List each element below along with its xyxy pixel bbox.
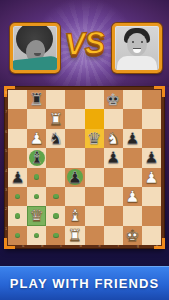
square-c2[interactable] xyxy=(46,206,65,225)
square-g4[interactable] xyxy=(123,168,142,187)
rank-label: 5 xyxy=(5,149,7,153)
square-f8[interactable]: ♚ xyxy=(104,90,123,109)
player2-shirt xyxy=(117,56,157,70)
play-with-friends-banner[interactable]: PLAY WITH FRIENDS xyxy=(0,266,169,300)
square-b7[interactable] xyxy=(27,109,46,128)
square-d2[interactable]: ♝ xyxy=(65,206,84,225)
black-pawn[interactable]: ♟ xyxy=(144,148,158,167)
square-h1[interactable] xyxy=(142,226,161,245)
square-h2[interactable] xyxy=(142,206,161,225)
rank-label: 2 xyxy=(5,207,7,211)
file-label: c xyxy=(60,244,62,248)
square-c1[interactable] xyxy=(46,226,65,245)
square-h8[interactable] xyxy=(142,90,161,109)
player2-avatar xyxy=(112,23,162,73)
square-b5[interactable]: ♝ xyxy=(27,148,46,167)
file-label: h xyxy=(156,244,158,248)
white-pawn[interactable]: ♟ xyxy=(144,168,158,187)
square-d5[interactable] xyxy=(65,148,84,167)
square-f5[interactable]: ♟ xyxy=(104,148,123,167)
square-a1[interactable] xyxy=(8,226,27,245)
white-pawn[interactable]: ♟ xyxy=(30,129,44,148)
square-e7[interactable] xyxy=(85,109,104,128)
rank-label: 4 xyxy=(5,169,7,173)
white-pawn[interactable]: ♟ xyxy=(125,187,139,206)
square-b8[interactable]: ♜ xyxy=(27,90,46,109)
player2-eye xyxy=(141,41,143,43)
square-f6[interactable]: ♞ xyxy=(104,129,123,148)
square-a8[interactable] xyxy=(8,90,27,109)
chess-board: ♜♚♜♟♞♛♞♟♝♟♟♟♟♟♟♛♝♜♚ xyxy=(8,90,161,245)
rank-label: 8 xyxy=(5,91,7,95)
square-f2[interactable] xyxy=(104,206,123,225)
square-e2[interactable] xyxy=(85,206,104,225)
white-queen[interactable]: ♛ xyxy=(30,206,44,225)
file-label: f xyxy=(118,244,119,248)
black-bishop[interactable]: ♝ xyxy=(30,148,44,167)
white-king[interactable]: ♚ xyxy=(125,226,139,245)
square-f7[interactable] xyxy=(104,109,123,128)
app-screen: VS ♜♚♜♟♞♛♞♟♝♟♟♟♟♟♟♛♝♜♚ 87654321abcdefgh … xyxy=(0,0,169,300)
rank-label: 6 xyxy=(5,130,7,134)
square-e3[interactable] xyxy=(85,187,104,206)
square-b2[interactable]: ♛ xyxy=(27,206,46,225)
square-b4[interactable] xyxy=(27,168,46,187)
rank-label: 1 xyxy=(5,227,7,231)
black-pawn[interactable]: ♟ xyxy=(125,129,139,148)
file-label: b xyxy=(41,244,43,248)
chess-board-frame: ♜♚♜♟♞♛♞♟♝♟♟♟♟♟♟♛♝♜♚ 87654321abcdefgh xyxy=(5,87,164,248)
square-g2[interactable] xyxy=(123,206,142,225)
black-rook[interactable]: ♜ xyxy=(30,90,44,109)
square-d7[interactable] xyxy=(65,109,84,128)
square-d6[interactable] xyxy=(65,129,84,148)
square-f3[interactable] xyxy=(104,187,123,206)
square-c6[interactable]: ♞ xyxy=(46,129,65,148)
square-d1[interactable]: ♜ xyxy=(65,226,84,245)
square-h3[interactable] xyxy=(142,187,161,206)
rank-label: 3 xyxy=(5,188,7,192)
square-a3[interactable] xyxy=(8,187,27,206)
square-c3[interactable] xyxy=(46,187,65,206)
white-rook[interactable]: ♜ xyxy=(68,226,82,245)
banner-label: PLAY WITH FRIENDS xyxy=(10,276,159,291)
square-c8[interactable] xyxy=(46,90,65,109)
square-g1[interactable]: ♚ xyxy=(123,226,142,245)
white-bishop[interactable]: ♝ xyxy=(68,206,82,225)
square-b1[interactable] xyxy=(27,226,46,245)
square-g7[interactable] xyxy=(123,109,142,128)
square-g8[interactable] xyxy=(123,90,142,109)
black-king[interactable]: ♚ xyxy=(106,90,120,109)
square-a5[interactable] xyxy=(8,148,27,167)
black-knight[interactable]: ♞ xyxy=(49,129,63,148)
square-e4[interactable] xyxy=(85,168,104,187)
square-e5[interactable] xyxy=(85,148,104,167)
player2-eye xyxy=(132,41,134,43)
square-d8[interactable] xyxy=(65,90,84,109)
file-label: e xyxy=(99,244,101,248)
white-rook[interactable]: ♜ xyxy=(49,110,63,129)
black-queen[interactable]: ♛ xyxy=(87,129,101,148)
white-knight[interactable]: ♞ xyxy=(106,129,120,148)
black-pawn[interactable]: ♟ xyxy=(10,168,24,187)
square-c5[interactable] xyxy=(46,148,65,167)
square-a7[interactable] xyxy=(8,109,27,128)
square-g3[interactable]: ♟ xyxy=(123,187,142,206)
square-c7[interactable]: ♜ xyxy=(46,109,65,128)
square-b3[interactable] xyxy=(27,187,46,206)
square-e8[interactable] xyxy=(85,90,104,109)
square-h5[interactable]: ♟ xyxy=(142,148,161,167)
square-a2[interactable] xyxy=(8,206,27,225)
square-f1[interactable] xyxy=(104,226,123,245)
square-h7[interactable] xyxy=(142,109,161,128)
square-d3[interactable] xyxy=(65,187,84,206)
square-g5[interactable] xyxy=(123,148,142,167)
square-h6[interactable] xyxy=(142,129,161,148)
square-g6[interactable]: ♟ xyxy=(123,129,142,148)
black-pawn[interactable]: ♟ xyxy=(106,148,120,167)
square-a6[interactable] xyxy=(8,129,27,148)
square-b6[interactable]: ♟ xyxy=(27,129,46,148)
square-d4[interactable]: ♟ xyxy=(65,168,84,187)
versus-header: VS xyxy=(0,0,169,87)
square-a4[interactable]: ♟ xyxy=(8,168,27,187)
black-pawn[interactable]: ♟ xyxy=(68,168,82,187)
square-c4[interactable] xyxy=(46,168,65,187)
square-f4[interactable] xyxy=(104,168,123,187)
file-label: a xyxy=(22,244,24,248)
square-h4[interactable]: ♟ xyxy=(142,168,161,187)
rank-label: 7 xyxy=(5,110,7,114)
square-e6[interactable]: ♛ xyxy=(85,129,104,148)
